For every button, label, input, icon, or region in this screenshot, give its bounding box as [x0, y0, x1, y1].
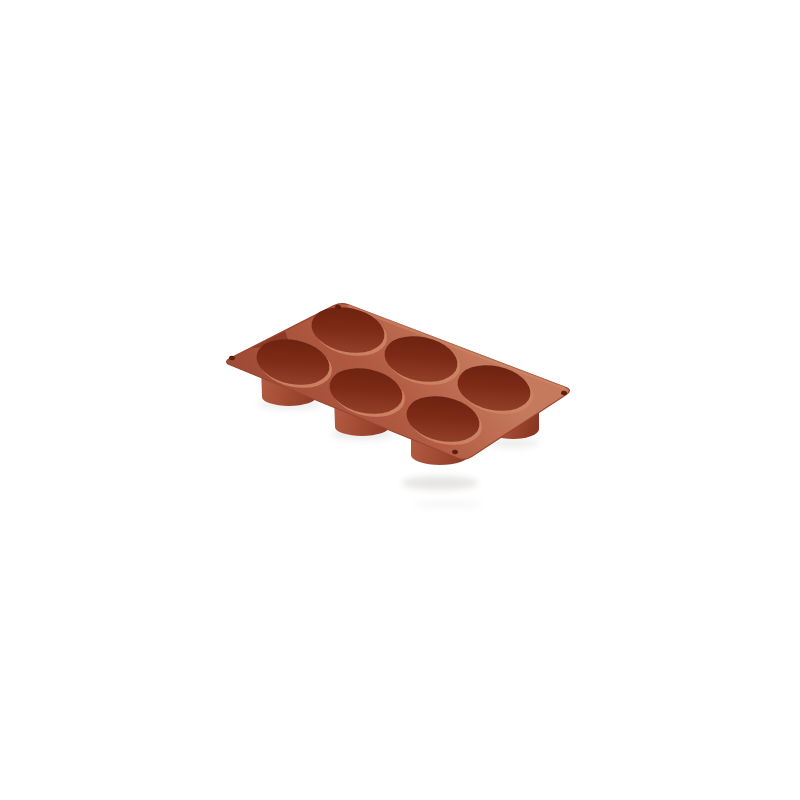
shadow-reflection-line: [414, 502, 482, 506]
shadow-under-cup-6: [402, 476, 478, 490]
muffin-mould-illustration: [0, 0, 800, 800]
page-background: Six-cavity terracotta silicone muffin ba…: [0, 0, 800, 800]
